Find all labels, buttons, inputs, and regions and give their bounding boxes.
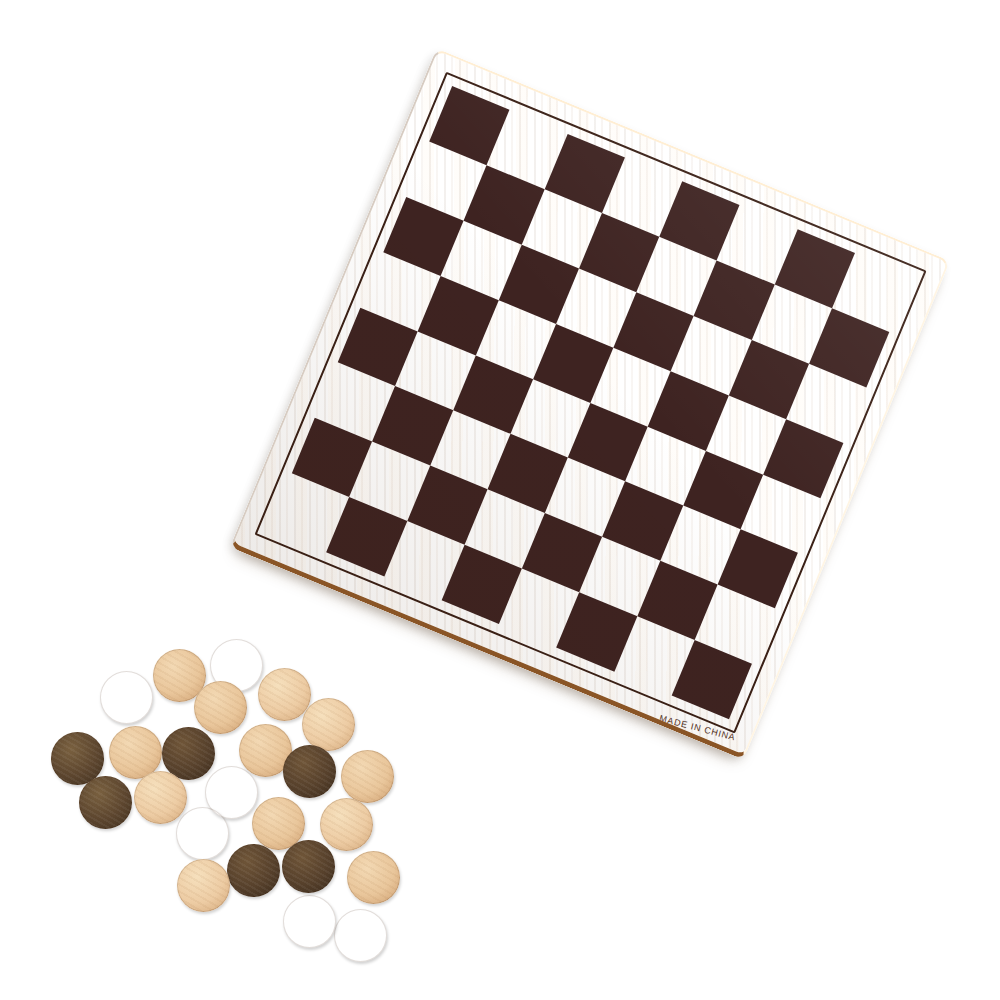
checker-piece-dark [51,732,104,785]
checker-piece-light [134,771,187,824]
product-photo-scene: MADE IN CHINA [0,0,1000,1000]
checker-piece-light [341,750,394,803]
checker-piece-dark [162,727,215,780]
checker-piece-light [109,726,162,779]
checker-piece-dark [283,895,336,948]
checker-piece-light [347,851,400,904]
checker-piece-dark [227,844,280,897]
checker-piece-light [302,698,355,751]
checker-piece-dark [282,840,335,893]
checker-piece-dark [283,745,336,798]
pieces-layer [0,0,1000,1000]
checker-piece-dark [100,671,153,724]
checker-piece-light [258,668,311,721]
checker-piece-light [177,859,230,912]
checker-piece-dark [334,909,387,962]
checker-piece-light [320,798,373,851]
checker-piece-dark [176,807,229,860]
checker-piece-dark [79,776,132,829]
checker-piece-light [194,681,247,734]
